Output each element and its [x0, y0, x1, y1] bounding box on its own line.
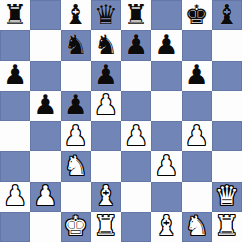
square-b2[interactable]: ♟ [30, 182, 60, 212]
black-rook-piece[interactable]: ♜ [3, 1, 27, 28]
black-pawn-piece[interactable]: ♟ [185, 61, 209, 88]
square-c3[interactable]: ♞ [61, 151, 91, 181]
square-e5[interactable] [121, 91, 151, 121]
white-pawn-piece[interactable]: ♟ [154, 152, 178, 179]
square-c8[interactable]: ♝ [61, 0, 91, 30]
square-d7[interactable]: ♞ [91, 30, 121, 60]
square-f4[interactable] [151, 121, 181, 151]
square-b6[interactable] [30, 61, 60, 91]
square-g6[interactable]: ♟ [182, 61, 212, 91]
black-pawn-piece[interactable]: ♟ [94, 61, 118, 88]
square-a5[interactable] [0, 91, 30, 121]
white-pawn-piece[interactable]: ♟ [64, 122, 88, 149]
white-knight-piece[interactable]: ♞ [64, 152, 88, 179]
black-pawn-piece[interactable]: ♟ [33, 91, 57, 118]
square-a2[interactable]: ♟ [0, 182, 30, 212]
black-queen-piece[interactable]: ♛ [94, 1, 118, 28]
square-d4[interactable] [91, 121, 121, 151]
square-d8[interactable]: ♛ [91, 0, 121, 30]
white-queen-piece[interactable]: ♛ [215, 182, 239, 209]
square-b4[interactable] [30, 121, 60, 151]
square-d6[interactable]: ♟ [91, 61, 121, 91]
square-b7[interactable] [30, 30, 60, 60]
square-c6[interactable] [61, 61, 91, 91]
square-b8[interactable] [30, 0, 60, 30]
square-a7[interactable] [0, 30, 30, 60]
square-f1[interactable]: ♝ [151, 212, 181, 242]
square-h6[interactable] [212, 61, 242, 91]
square-g3[interactable] [182, 151, 212, 181]
square-e2[interactable] [121, 182, 151, 212]
square-c4[interactable]: ♟ [61, 121, 91, 151]
black-rook-piece[interactable]: ♜ [124, 1, 148, 28]
white-pawn-piece[interactable]: ♟ [124, 122, 148, 149]
square-g2[interactable] [182, 182, 212, 212]
white-king-piece[interactable]: ♚ [64, 212, 88, 239]
white-pawn-piece[interactable]: ♟ [3, 182, 27, 209]
square-e3[interactable] [121, 151, 151, 181]
square-a6[interactable]: ♟ [0, 61, 30, 91]
black-bishop-piece[interactable]: ♝ [64, 1, 88, 28]
square-f7[interactable]: ♟ [151, 30, 181, 60]
square-b5[interactable]: ♟ [30, 91, 60, 121]
white-pawn-piece[interactable]: ♟ [94, 91, 118, 118]
white-pawn-piece[interactable]: ♟ [33, 182, 57, 209]
black-pawn-piece[interactable]: ♟ [64, 91, 88, 118]
white-pawn-piece[interactable]: ♟ [185, 122, 209, 149]
white-rook-piece[interactable]: ♜ [94, 212, 118, 239]
square-e4[interactable]: ♟ [121, 121, 151, 151]
square-d3[interactable] [91, 151, 121, 181]
square-h5[interactable] [212, 91, 242, 121]
square-e1[interactable] [121, 212, 151, 242]
black-pawn-piece[interactable]: ♟ [154, 31, 178, 58]
square-g1[interactable]: ♞ [182, 212, 212, 242]
chess-board: ♜♝♛♜♚♝♞♞♟♟♟♟♟♟♟♟♟♟♟♞♟♟♟♝♛♚♜♝♞♜ [0, 0, 242, 242]
square-f6[interactable] [151, 61, 181, 91]
square-e6[interactable] [121, 61, 151, 91]
black-knight-piece[interactable]: ♞ [94, 31, 118, 58]
square-h4[interactable] [212, 121, 242, 151]
square-d5[interactable]: ♟ [91, 91, 121, 121]
square-c5[interactable]: ♟ [61, 91, 91, 121]
black-pawn-piece[interactable]: ♟ [124, 31, 148, 58]
square-d2[interactable]: ♝ [91, 182, 121, 212]
black-pawn-piece[interactable]: ♟ [3, 61, 27, 88]
square-f2[interactable] [151, 182, 181, 212]
square-c2[interactable] [61, 182, 91, 212]
black-king-piece[interactable]: ♚ [185, 1, 209, 28]
black-bishop-piece[interactable]: ♝ [215, 1, 239, 28]
square-b1[interactable] [30, 212, 60, 242]
square-c1[interactable]: ♚ [61, 212, 91, 242]
square-h7[interactable] [212, 30, 242, 60]
square-a8[interactable]: ♜ [0, 0, 30, 30]
square-c7[interactable]: ♞ [61, 30, 91, 60]
black-knight-piece[interactable]: ♞ [64, 31, 88, 58]
square-b3[interactable] [30, 151, 60, 181]
square-a4[interactable] [0, 121, 30, 151]
white-bishop-piece[interactable]: ♝ [154, 212, 178, 239]
square-a1[interactable] [0, 212, 30, 242]
square-a3[interactable] [0, 151, 30, 181]
square-f8[interactable] [151, 0, 181, 30]
white-knight-piece[interactable]: ♞ [185, 212, 209, 239]
square-e8[interactable]: ♜ [121, 0, 151, 30]
square-h3[interactable] [212, 151, 242, 181]
square-d1[interactable]: ♜ [91, 212, 121, 242]
square-g8[interactable]: ♚ [182, 0, 212, 30]
square-g4[interactable]: ♟ [182, 121, 212, 151]
square-h2[interactable]: ♛ [212, 182, 242, 212]
square-g5[interactable] [182, 91, 212, 121]
square-h8[interactable]: ♝ [212, 0, 242, 30]
white-rook-piece[interactable]: ♜ [215, 212, 239, 239]
white-bishop-piece[interactable]: ♝ [94, 182, 118, 209]
square-f5[interactable] [151, 91, 181, 121]
square-h1[interactable]: ♜ [212, 212, 242, 242]
square-g7[interactable] [182, 30, 212, 60]
square-f3[interactable]: ♟ [151, 151, 181, 181]
square-e7[interactable]: ♟ [121, 30, 151, 60]
